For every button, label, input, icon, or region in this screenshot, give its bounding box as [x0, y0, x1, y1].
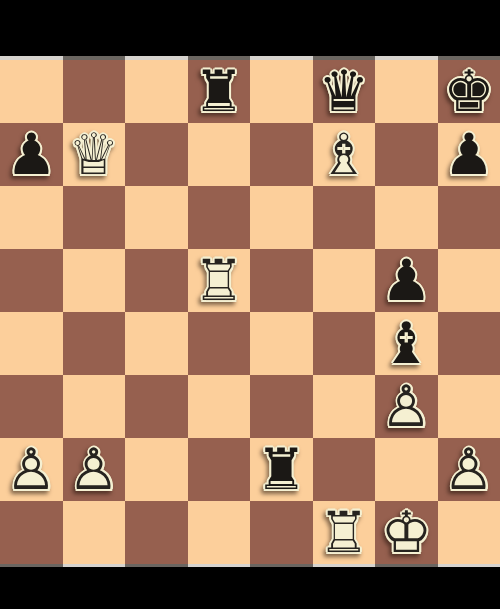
piece-black-bishop-g4[interactable]: ♝ [375, 312, 438, 375]
square-c6[interactable] [125, 186, 188, 249]
square-a7[interactable]: ♟ [0, 123, 63, 186]
square-a3[interactable] [0, 375, 63, 438]
black-piece-glyph: ♟ [438, 123, 500, 186]
black-piece-glyph: ♜ [250, 438, 313, 501]
square-b6[interactable] [63, 186, 126, 249]
square-d5[interactable]: ♜♖ [188, 249, 251, 312]
board-edge-segment-d [188, 564, 251, 567]
piece-white-rook-d5[interactable]: ♜♖ [188, 249, 251, 312]
white-piece-outline-layer: ♙ [0, 438, 63, 501]
square-c5[interactable] [125, 249, 188, 312]
square-b2[interactable]: ♟♙ [63, 438, 126, 501]
square-c1[interactable] [125, 501, 188, 564]
white-piece-outline-layer: ♗ [313, 123, 376, 186]
square-a4[interactable] [0, 312, 63, 375]
square-h8[interactable]: ♚ [438, 60, 500, 123]
square-e7[interactable] [250, 123, 313, 186]
square-h5[interactable] [438, 249, 500, 312]
square-f2[interactable] [313, 438, 376, 501]
square-a6[interactable] [0, 186, 63, 249]
piece-black-rook-d8[interactable]: ♜ [188, 60, 251, 123]
white-piece-outline-layer: ♖ [188, 249, 251, 312]
chess-board-area: ♜♛♚♟♛♕♝♗♟♜♖♟♝♟♙♟♙♟♙♜♟♙♜♖♚♔ [0, 56, 500, 567]
square-g7[interactable] [375, 123, 438, 186]
square-h4[interactable] [438, 312, 500, 375]
board-edge-segment-e [250, 564, 313, 567]
square-e8[interactable] [250, 60, 313, 123]
square-a8[interactable] [0, 60, 63, 123]
piece-white-pawn-h2[interactable]: ♟♙ [438, 438, 500, 501]
white-piece-outline-layer: ♕ [63, 123, 126, 186]
square-g3[interactable]: ♟♙ [375, 375, 438, 438]
square-h3[interactable] [438, 375, 500, 438]
white-piece-outline-layer: ♙ [375, 375, 438, 438]
square-g5[interactable]: ♟ [375, 249, 438, 312]
square-f6[interactable] [313, 186, 376, 249]
piece-black-rook-e2[interactable]: ♜ [250, 438, 313, 501]
square-d3[interactable] [188, 375, 251, 438]
black-piece-glyph: ♜ [188, 60, 251, 123]
square-f7[interactable]: ♝♗ [313, 123, 376, 186]
square-b7[interactable]: ♛♕ [63, 123, 126, 186]
piece-white-pawn-g3[interactable]: ♟♙ [375, 375, 438, 438]
black-piece-glyph: ♛ [313, 60, 376, 123]
square-b1[interactable] [63, 501, 126, 564]
piece-white-rook-f1[interactable]: ♜♖ [313, 501, 376, 564]
square-d8[interactable]: ♜ [188, 60, 251, 123]
piece-white-bishop-f7[interactable]: ♝♗ [313, 123, 376, 186]
piece-white-pawn-a2[interactable]: ♟♙ [0, 438, 63, 501]
black-piece-glyph: ♟ [0, 123, 63, 186]
square-g1[interactable]: ♚♔ [375, 501, 438, 564]
square-g4[interactable]: ♝ [375, 312, 438, 375]
square-b4[interactable] [63, 312, 126, 375]
piece-white-queen-b7[interactable]: ♛♕ [63, 123, 126, 186]
piece-black-pawn-g5[interactable]: ♟ [375, 249, 438, 312]
black-piece-glyph: ♚ [438, 60, 500, 123]
square-c4[interactable] [125, 312, 188, 375]
square-c2[interactable] [125, 438, 188, 501]
square-d7[interactable] [188, 123, 251, 186]
white-piece-outline-layer: ♔ [375, 501, 438, 564]
white-piece-outline-layer: ♖ [313, 501, 376, 564]
square-c3[interactable] [125, 375, 188, 438]
black-piece-glyph: ♝ [375, 312, 438, 375]
square-f3[interactable] [313, 375, 376, 438]
square-h6[interactable] [438, 186, 500, 249]
square-e5[interactable] [250, 249, 313, 312]
square-f5[interactable] [313, 249, 376, 312]
square-d6[interactable] [188, 186, 251, 249]
square-d2[interactable] [188, 438, 251, 501]
square-c7[interactable] [125, 123, 188, 186]
piece-black-pawn-h7[interactable]: ♟ [438, 123, 500, 186]
square-e3[interactable] [250, 375, 313, 438]
piece-black-king-h8[interactable]: ♚ [438, 60, 500, 123]
square-f1[interactable]: ♜♖ [313, 501, 376, 564]
square-e4[interactable] [250, 312, 313, 375]
square-c8[interactable] [125, 60, 188, 123]
square-f8[interactable]: ♛ [313, 60, 376, 123]
square-b5[interactable] [63, 249, 126, 312]
square-h7[interactable]: ♟ [438, 123, 500, 186]
square-a1[interactable] [0, 501, 63, 564]
square-a2[interactable]: ♟♙ [0, 438, 63, 501]
board-edge-segment-h [438, 564, 500, 567]
square-g2[interactable] [375, 438, 438, 501]
square-h1[interactable] [438, 501, 500, 564]
chess-app-window: ♜♛♚♟♛♕♝♗♟♜♖♟♝♟♙♟♙♟♙♜♟♙♜♖♚♔ [0, 0, 500, 609]
white-piece-outline-layer: ♙ [438, 438, 500, 501]
piece-white-pawn-b2[interactable]: ♟♙ [63, 438, 126, 501]
black-piece-glyph: ♟ [375, 249, 438, 312]
square-h2[interactable]: ♟♙ [438, 438, 500, 501]
square-b3[interactable] [63, 375, 126, 438]
square-e1[interactable] [250, 501, 313, 564]
piece-black-pawn-a7[interactable]: ♟ [0, 123, 63, 186]
square-b8[interactable] [63, 60, 126, 123]
board-edge-segment-b [63, 564, 126, 567]
square-d1[interactable] [188, 501, 251, 564]
square-g6[interactable] [375, 186, 438, 249]
board-edge-segment-a [0, 564, 63, 567]
board-edge-segment-c [125, 564, 188, 567]
square-f4[interactable] [313, 312, 376, 375]
square-e2[interactable]: ♜ [250, 438, 313, 501]
piece-white-king-g1[interactable]: ♚♔ [375, 501, 438, 564]
square-g8[interactable] [375, 60, 438, 123]
chess-board: ♜♛♚♟♛♕♝♗♟♜♖♟♝♟♙♟♙♟♙♜♟♙♜♖♚♔ [0, 60, 500, 564]
white-piece-outline-layer: ♙ [63, 438, 126, 501]
square-a5[interactable] [0, 249, 63, 312]
piece-black-queen-f8[interactable]: ♛ [313, 60, 376, 123]
square-e6[interactable] [250, 186, 313, 249]
square-d4[interactable] [188, 312, 251, 375]
